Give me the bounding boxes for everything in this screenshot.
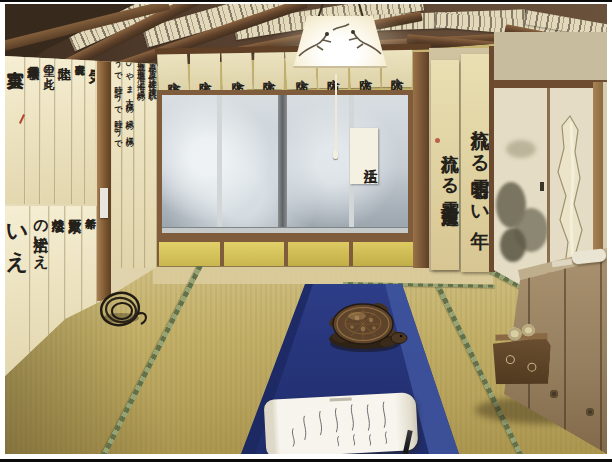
wall-columns-top: 空真実 瑞雲学校 里の此と 北陸 発表研究 天気 元気空気 [5, 54, 95, 204]
banner-wall: 流れる雲希望前進 流れる雲明るい年 [429, 48, 491, 272]
photo-frame: 空真実 瑞雲学校 里の此と 北陸 発表研究 天気 元気空気 いえ の生活いえ 凄… [0, 0, 612, 462]
light-switch-plate [100, 188, 108, 218]
window-bottom-rail [162, 228, 408, 233]
open-drawer-box [490, 324, 556, 392]
calligraphy-column: 空真実 [5, 54, 25, 204]
fire-paper: 防火 [157, 52, 189, 92]
calligraphy-column: いえ [5, 206, 30, 376]
fire-paper: 防火 [221, 51, 252, 90]
lantern-branch-decoration [293, 16, 387, 74]
room-photo: 空真実 瑞雲学校 里の此と 北陸 発表研究 天気 元気空気 いえ の生活いえ 凄… [5, 4, 607, 454]
fire-paper: 防火 [190, 52, 220, 90]
window: 生活 [157, 90, 413, 238]
banner-bright: 流れる雲明るい年 [461, 54, 490, 272]
wall-post [97, 48, 111, 301]
calligraphy-column: 発表研究 [73, 54, 86, 204]
banner-hope: 流れる雲希望前進 [431, 60, 459, 270]
handwritten-scroll [264, 392, 419, 454]
taxidermy-turtle [323, 296, 411, 356]
fire-paper: 防火 [254, 51, 285, 90]
pull-cord-bead [333, 150, 338, 159]
drawer-front [490, 334, 551, 388]
wall-above-fusuma [494, 32, 607, 82]
lamp-pull-cord [335, 74, 337, 152]
calligraphy-column: 天気 [86, 54, 95, 204]
calligraphy-column: 里の此と [41, 54, 55, 204]
calligraphy-column: うで時計うで時計うで [112, 50, 122, 268]
yellow-panel [353, 242, 414, 266]
banner-seal-mark [435, 138, 440, 143]
window-sash [217, 95, 222, 233]
mountain-sketch [506, 140, 536, 158]
calligraphy-column: ひやま大様の緑の様の [123, 50, 133, 268]
window-sign: 生活 [350, 128, 378, 184]
coiled-cord [97, 288, 149, 332]
calligraphy-column: 瑞雲学校 [26, 54, 41, 204]
yellow-panel [159, 242, 220, 266]
under-window-panels [157, 238, 415, 266]
fire-paper: 防火 [382, 49, 413, 88]
wall-columns-inner: うで時計うで時計うで ひやま大様の緑の様の 前進前進海上海上緑の 平原平原性接性… [112, 50, 157, 268]
cabinet-handle [586, 408, 594, 416]
window-glass: 生活 [162, 95, 408, 233]
yellow-panel [288, 242, 349, 266]
fusuma-handle [540, 182, 544, 191]
paper-lantern [293, 16, 387, 74]
calligraphy-column: 前進前進海上海上緑の [135, 50, 145, 268]
window-center-mullion [278, 95, 287, 233]
yellow-panel [224, 242, 285, 266]
frame-edge-top [0, 0, 612, 2]
calligraphy-column: 北陸 [56, 54, 72, 204]
calligraphy-column: 平原平原性接性接続い [146, 50, 156, 268]
scroll-handwriting [264, 392, 419, 454]
fusuma-lintel [494, 80, 607, 88]
